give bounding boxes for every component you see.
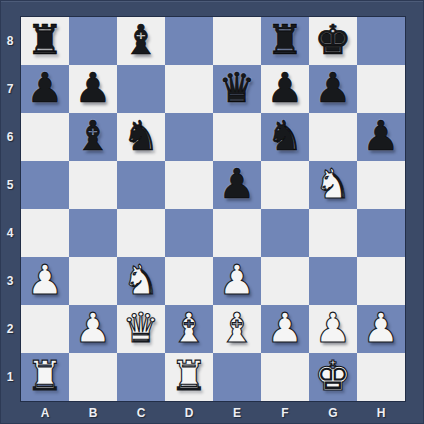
square-c2[interactable]: ♛: [117, 305, 165, 353]
file-label-f: F: [261, 402, 309, 423]
chess-board-frame: 87654321 ♜♝♜♚♟♟♛♟♟♝♞♞♟♟♞♟♞♟♟♛♝♝♟♟♟♜♜♚ AB…: [0, 0, 424, 424]
square-h6[interactable]: ♟: [357, 113, 405, 161]
square-f2[interactable]: ♟: [261, 305, 309, 353]
piece-black-pawn[interactable]: ♟: [75, 68, 112, 109]
square-b8[interactable]: [69, 17, 117, 65]
file-label-e: E: [213, 402, 261, 423]
square-f1[interactable]: [261, 353, 309, 401]
piece-white-pawn[interactable]: ♟: [363, 308, 400, 349]
file-label-b: B: [69, 402, 117, 423]
square-f8[interactable]: ♜: [261, 17, 309, 65]
piece-black-knight[interactable]: ♞: [123, 116, 160, 157]
piece-white-pawn[interactable]: ♟: [315, 308, 352, 349]
piece-white-queen[interactable]: ♛: [123, 308, 160, 349]
square-d4[interactable]: [165, 209, 213, 257]
square-d8[interactable]: [165, 17, 213, 65]
square-d1[interactable]: ♜: [165, 353, 213, 401]
piece-black-pawn[interactable]: ♟: [267, 68, 304, 109]
square-a8[interactable]: ♜: [21, 17, 69, 65]
square-f7[interactable]: ♟: [261, 65, 309, 113]
square-a7[interactable]: ♟: [21, 65, 69, 113]
piece-black-knight[interactable]: ♞: [267, 116, 304, 157]
square-f5[interactable]: [261, 161, 309, 209]
piece-white-pawn[interactable]: ♟: [27, 260, 64, 301]
piece-black-pawn[interactable]: ♟: [27, 68, 64, 109]
square-a5[interactable]: [21, 161, 69, 209]
square-g7[interactable]: ♟: [309, 65, 357, 113]
square-h7[interactable]: [357, 65, 405, 113]
square-g3[interactable]: [309, 257, 357, 305]
rank-label-6: 6: [0, 113, 20, 161]
square-f4[interactable]: [261, 209, 309, 257]
square-f6[interactable]: ♞: [261, 113, 309, 161]
square-h1[interactable]: [357, 353, 405, 401]
piece-white-pawn[interactable]: ♟: [267, 308, 304, 349]
square-a4[interactable]: [21, 209, 69, 257]
square-a3[interactable]: ♟: [21, 257, 69, 305]
square-g8[interactable]: ♚: [309, 17, 357, 65]
chess-board[interactable]: ♜♝♜♚♟♟♛♟♟♝♞♞♟♟♞♟♞♟♟♛♝♝♟♟♟♜♜♚: [20, 16, 406, 402]
square-a1[interactable]: ♜: [21, 353, 69, 401]
square-h2[interactable]: ♟: [357, 305, 405, 353]
piece-black-rook[interactable]: ♜: [27, 20, 64, 61]
square-d6[interactable]: [165, 113, 213, 161]
square-h8[interactable]: [357, 17, 405, 65]
square-c7[interactable]: [117, 65, 165, 113]
square-a2[interactable]: [21, 305, 69, 353]
piece-black-rook[interactable]: ♜: [267, 20, 304, 61]
square-a6[interactable]: [21, 113, 69, 161]
file-label-c: C: [117, 402, 165, 423]
piece-white-rook[interactable]: ♜: [27, 356, 64, 397]
file-label-h: H: [357, 402, 405, 423]
piece-white-knight[interactable]: ♞: [123, 260, 160, 301]
square-g1[interactable]: ♚: [309, 353, 357, 401]
square-c4[interactable]: [117, 209, 165, 257]
piece-white-bishop[interactable]: ♝: [219, 308, 256, 349]
file-label-d: D: [165, 402, 213, 423]
square-h4[interactable]: [357, 209, 405, 257]
rank-label-3: 3: [0, 257, 20, 305]
rank-label-4: 4: [0, 209, 20, 257]
rank-label-1: 1: [0, 353, 20, 401]
square-b2[interactable]: ♟: [69, 305, 117, 353]
piece-white-rook[interactable]: ♜: [171, 356, 208, 397]
square-d3[interactable]: [165, 257, 213, 305]
square-e2[interactable]: ♝: [213, 305, 261, 353]
square-g4[interactable]: [309, 209, 357, 257]
rank-label-8: 8: [0, 17, 20, 65]
square-g6[interactable]: [309, 113, 357, 161]
square-b4[interactable]: [69, 209, 117, 257]
file-label-g: G: [309, 402, 357, 423]
square-b1[interactable]: [69, 353, 117, 401]
piece-black-queen[interactable]: ♛: [219, 68, 256, 109]
square-e7[interactable]: ♛: [213, 65, 261, 113]
piece-white-king[interactable]: ♚: [315, 356, 352, 397]
rank-labels: 87654321: [0, 17, 20, 401]
square-c3[interactable]: ♞: [117, 257, 165, 305]
square-b3[interactable]: [69, 257, 117, 305]
square-d2[interactable]: ♝: [165, 305, 213, 353]
piece-white-knight[interactable]: ♞: [315, 164, 352, 205]
square-e8[interactable]: [213, 17, 261, 65]
square-c1[interactable]: [117, 353, 165, 401]
square-g2[interactable]: ♟: [309, 305, 357, 353]
square-b7[interactable]: ♟: [69, 65, 117, 113]
piece-black-king[interactable]: ♚: [315, 20, 352, 61]
piece-black-pawn[interactable]: ♟: [315, 68, 352, 109]
square-h5[interactable]: [357, 161, 405, 209]
square-c6[interactable]: ♞: [117, 113, 165, 161]
square-e4[interactable]: [213, 209, 261, 257]
rank-label-2: 2: [0, 305, 20, 353]
square-f3[interactable]: [261, 257, 309, 305]
piece-white-bishop[interactable]: ♝: [171, 308, 208, 349]
square-b5[interactable]: [69, 161, 117, 209]
square-d7[interactable]: [165, 65, 213, 113]
piece-white-pawn[interactable]: ♟: [75, 308, 112, 349]
square-h3[interactable]: [357, 257, 405, 305]
square-e1[interactable]: [213, 353, 261, 401]
square-e6[interactable]: [213, 113, 261, 161]
rank-label-7: 7: [0, 65, 20, 113]
piece-white-pawn[interactable]: ♟: [219, 260, 256, 301]
piece-black-pawn[interactable]: ♟: [363, 116, 400, 157]
square-d5[interactable]: [165, 161, 213, 209]
square-b6[interactable]: ♝: [69, 113, 117, 161]
file-label-a: A: [21, 402, 69, 423]
square-c5[interactable]: [117, 161, 165, 209]
rank-label-5: 5: [0, 161, 20, 209]
square-c8[interactable]: ♝: [117, 17, 165, 65]
piece-black-pawn[interactable]: ♟: [219, 164, 256, 205]
square-e3[interactable]: ♟: [213, 257, 261, 305]
piece-black-bishop[interactable]: ♝: [123, 20, 160, 61]
square-g5[interactable]: ♞: [309, 161, 357, 209]
file-labels: ABCDEFGH: [21, 402, 405, 423]
piece-black-bishop[interactable]: ♝: [75, 116, 112, 157]
square-e5[interactable]: ♟: [213, 161, 261, 209]
